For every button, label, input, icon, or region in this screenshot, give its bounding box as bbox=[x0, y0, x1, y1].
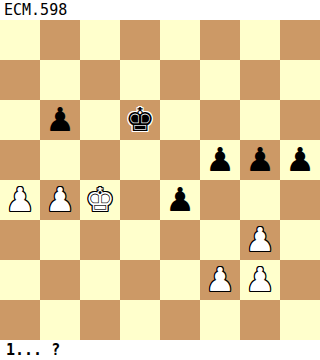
square-c5[interactable] bbox=[80, 140, 120, 180]
square-h5[interactable]: ♟ bbox=[280, 140, 320, 180]
black-pawn[interactable]: ♟ bbox=[285, 140, 315, 180]
chess-board: ♟♚♟♟♟♟♟♚♟♟♟♟ bbox=[0, 20, 320, 340]
square-c2[interactable] bbox=[80, 260, 120, 300]
square-d5[interactable] bbox=[120, 140, 160, 180]
square-e1[interactable] bbox=[160, 300, 200, 340]
square-b3[interactable] bbox=[40, 220, 80, 260]
square-f1[interactable] bbox=[200, 300, 240, 340]
square-h4[interactable] bbox=[280, 180, 320, 220]
square-d6[interactable]: ♚ bbox=[120, 100, 160, 140]
square-f5[interactable]: ♟ bbox=[200, 140, 240, 180]
square-c6[interactable] bbox=[80, 100, 120, 140]
square-f3[interactable] bbox=[200, 220, 240, 260]
square-h3[interactable] bbox=[280, 220, 320, 260]
square-b8[interactable] bbox=[40, 20, 80, 60]
square-e8[interactable] bbox=[160, 20, 200, 60]
square-a1[interactable] bbox=[0, 300, 40, 340]
square-c4[interactable]: ♚ bbox=[80, 180, 120, 220]
square-g1[interactable] bbox=[240, 300, 280, 340]
white-king[interactable]: ♚ bbox=[85, 180, 115, 220]
square-g5[interactable]: ♟ bbox=[240, 140, 280, 180]
square-b7[interactable] bbox=[40, 60, 80, 100]
square-g4[interactable] bbox=[240, 180, 280, 220]
black-pawn[interactable]: ♟ bbox=[45, 100, 75, 140]
square-b4[interactable]: ♟ bbox=[40, 180, 80, 220]
square-h6[interactable] bbox=[280, 100, 320, 140]
move-prompt-label: 1... ? bbox=[6, 341, 60, 359]
square-g2[interactable]: ♟ bbox=[240, 260, 280, 300]
square-d2[interactable] bbox=[120, 260, 160, 300]
puzzle-header: ECM.598 bbox=[0, 0, 320, 20]
square-e7[interactable] bbox=[160, 60, 200, 100]
black-king[interactable]: ♚ bbox=[125, 100, 155, 140]
square-f2[interactable]: ♟ bbox=[200, 260, 240, 300]
white-pawn[interactable]: ♟ bbox=[245, 260, 275, 300]
square-b6[interactable]: ♟ bbox=[40, 100, 80, 140]
square-e2[interactable] bbox=[160, 260, 200, 300]
square-h8[interactable] bbox=[280, 20, 320, 60]
square-c8[interactable] bbox=[80, 20, 120, 60]
square-h1[interactable] bbox=[280, 300, 320, 340]
square-b2[interactable] bbox=[40, 260, 80, 300]
square-a7[interactable] bbox=[0, 60, 40, 100]
square-a6[interactable] bbox=[0, 100, 40, 140]
black-pawn[interactable]: ♟ bbox=[245, 140, 275, 180]
square-d4[interactable] bbox=[120, 180, 160, 220]
square-e6[interactable] bbox=[160, 100, 200, 140]
square-a5[interactable] bbox=[0, 140, 40, 180]
square-d8[interactable] bbox=[120, 20, 160, 60]
square-f7[interactable] bbox=[200, 60, 240, 100]
black-pawn[interactable]: ♟ bbox=[165, 180, 195, 220]
square-h7[interactable] bbox=[280, 60, 320, 100]
square-c3[interactable] bbox=[80, 220, 120, 260]
square-b1[interactable] bbox=[40, 300, 80, 340]
square-g6[interactable] bbox=[240, 100, 280, 140]
white-pawn[interactable]: ♟ bbox=[5, 180, 35, 220]
square-a8[interactable] bbox=[0, 20, 40, 60]
square-e4[interactable]: ♟ bbox=[160, 180, 200, 220]
square-c1[interactable] bbox=[80, 300, 120, 340]
square-f8[interactable] bbox=[200, 20, 240, 60]
square-f6[interactable] bbox=[200, 100, 240, 140]
square-d1[interactable] bbox=[120, 300, 160, 340]
move-prompt-bar: 1... ? bbox=[0, 340, 320, 360]
square-e3[interactable] bbox=[160, 220, 200, 260]
square-d7[interactable] bbox=[120, 60, 160, 100]
square-c7[interactable] bbox=[80, 60, 120, 100]
square-a4[interactable]: ♟ bbox=[0, 180, 40, 220]
square-a2[interactable] bbox=[0, 260, 40, 300]
square-g7[interactable] bbox=[240, 60, 280, 100]
square-a3[interactable] bbox=[0, 220, 40, 260]
square-e5[interactable] bbox=[160, 140, 200, 180]
puzzle-id-label: ECM.598 bbox=[4, 1, 67, 19]
white-pawn[interactable]: ♟ bbox=[45, 180, 75, 220]
square-f4[interactable] bbox=[200, 180, 240, 220]
white-pawn[interactable]: ♟ bbox=[205, 260, 235, 300]
square-h2[interactable] bbox=[280, 260, 320, 300]
square-d3[interactable] bbox=[120, 220, 160, 260]
black-pawn[interactable]: ♟ bbox=[205, 140, 235, 180]
white-pawn[interactable]: ♟ bbox=[245, 220, 275, 260]
square-g3[interactable]: ♟ bbox=[240, 220, 280, 260]
square-g8[interactable] bbox=[240, 20, 280, 60]
square-b5[interactable] bbox=[40, 140, 80, 180]
